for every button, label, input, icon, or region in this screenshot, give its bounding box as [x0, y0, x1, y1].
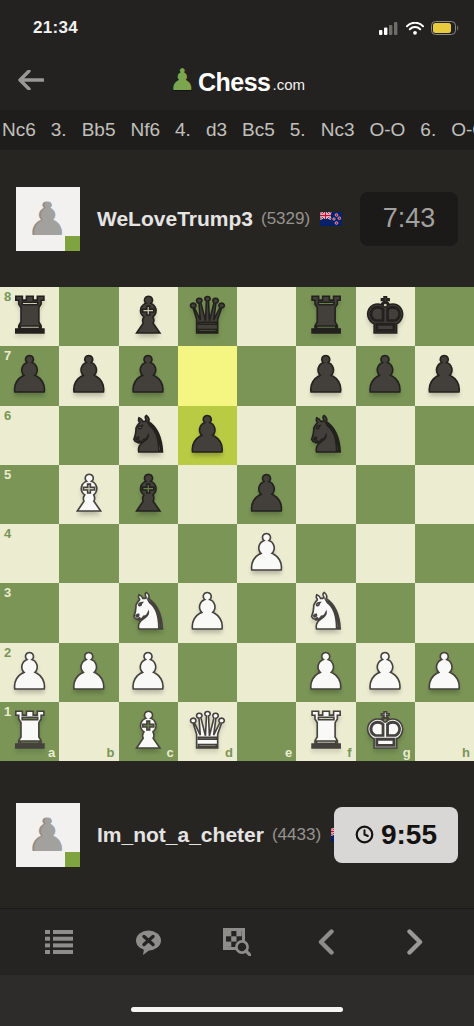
rank-label: 7 [4, 348, 11, 363]
white-pawn: ♟ [244, 524, 289, 583]
square-a8[interactable]: 8♜ [0, 287, 59, 346]
player-card-top: ♟ WeLoveTrump3 (5329) 7:43 [0, 150, 474, 287]
square-g6[interactable] [356, 406, 415, 465]
square-b2[interactable]: ♟ [59, 643, 118, 702]
player-rating: (5329) [261, 209, 310, 229]
chat-disabled-icon [135, 930, 162, 955]
square-a3[interactable]: 3 [0, 583, 59, 642]
file-label: e [285, 745, 292, 760]
black-pawn: ♟ [244, 465, 289, 524]
black-bishop: ♝ [126, 287, 171, 346]
square-b4[interactable] [59, 524, 118, 583]
header: ♟ Chess .com [0, 50, 474, 110]
app-screen: 21:34 [0, 0, 474, 1026]
clock-top-time: 7:43 [383, 203, 436, 234]
file-label: f [347, 745, 351, 760]
black-pawn: ♟ [303, 346, 348, 405]
move-list: Nc63.Bb5Nf64.d3Bc55.Nc3O-O6.O-Od6 [0, 110, 474, 150]
home-indicator-area [0, 975, 474, 1026]
square-f5[interactable] [296, 465, 355, 524]
file-label: h [462, 745, 470, 760]
white-rook: ♜ [303, 702, 348, 761]
square-c4[interactable] [119, 524, 178, 583]
black-pawn: ♟ [422, 346, 467, 405]
white-rook: ♜ [7, 702, 52, 761]
square-d5[interactable] [178, 465, 237, 524]
avatar-bottom[interactable]: ♟ [16, 803, 80, 867]
square-b1[interactable]: b [59, 702, 118, 761]
move-token[interactable]: Bb5 [82, 119, 116, 141]
square-h6[interactable] [415, 406, 474, 465]
square-f1[interactable]: f♜ [296, 702, 355, 761]
square-b8[interactable] [59, 287, 118, 346]
square-d2[interactable] [178, 643, 237, 702]
square-c6[interactable]: ♞ [119, 406, 178, 465]
wifi-icon [406, 22, 424, 35]
logo-text: Chess [198, 69, 271, 95]
online-badge [65, 852, 80, 867]
logo-pawn-icon: ♟ [169, 65, 196, 95]
square-g5[interactable] [356, 465, 415, 524]
white-pawn: ♟ [126, 643, 171, 702]
logo-suffix: .com [272, 75, 305, 95]
square-g1[interactable]: g♚ [356, 702, 415, 761]
rank-label: 8 [4, 289, 11, 304]
square-h3[interactable] [415, 583, 474, 642]
cellular-signal-icon [379, 22, 399, 35]
white-knight: ♞ [126, 583, 171, 642]
back-button[interactable] [14, 64, 48, 96]
status-bar: 21:34 [0, 0, 474, 50]
square-c3[interactable]: ♞ [119, 583, 178, 642]
back-arrow-icon [18, 70, 44, 90]
square-c7[interactable]: ♟ [119, 346, 178, 405]
moves-list-icon [45, 930, 73, 954]
player-name[interactable]: Im_not_a_cheter [97, 823, 264, 847]
black-knight: ♞ [303, 406, 348, 465]
status-icons [379, 21, 460, 35]
new-zealand-flag-icon [320, 212, 342, 226]
square-b3[interactable] [59, 583, 118, 642]
square-b6[interactable] [59, 406, 118, 465]
square-h7[interactable]: ♟ [415, 346, 474, 405]
black-rook: ♜ [7, 287, 52, 346]
rank-label: 5 [4, 467, 11, 482]
square-a4[interactable]: 4 [0, 524, 59, 583]
square-g8[interactable]: ♚ [356, 287, 415, 346]
rank-label: 6 [4, 408, 11, 423]
white-bishop: ♝ [126, 702, 171, 761]
move-token[interactable]: O-O [369, 119, 405, 141]
clock-bottom: 9:55 [334, 807, 458, 863]
chevron-right-icon [407, 929, 423, 955]
moves-list-button[interactable] [29, 918, 89, 966]
white-pawn: ♟ [303, 643, 348, 702]
square-f6[interactable]: ♞ [296, 406, 355, 465]
player-name[interactable]: WeLoveTrump3 [97, 207, 253, 231]
next-move-button[interactable] [385, 918, 445, 966]
square-a2[interactable]: 2♟ [0, 643, 59, 702]
battery-icon [431, 21, 460, 35]
home-indicator[interactable] [131, 1007, 343, 1012]
square-g4[interactable] [356, 524, 415, 583]
move-token[interactable]: Nf6 [130, 119, 160, 141]
move-token[interactable]: 6. [420, 119, 436, 141]
black-king: ♚ [363, 287, 408, 346]
white-pawn: ♟ [7, 643, 52, 702]
square-f7[interactable]: ♟ [296, 346, 355, 405]
square-e6[interactable] [237, 406, 296, 465]
square-b5[interactable]: ♝ [59, 465, 118, 524]
game-toolbar [0, 908, 474, 975]
square-d3[interactable]: ♟ [178, 583, 237, 642]
square-a5[interactable]: 5 [0, 465, 59, 524]
file-label: d [225, 745, 233, 760]
square-d4[interactable] [178, 524, 237, 583]
rank-label: 4 [4, 526, 11, 541]
square-h4[interactable] [415, 524, 474, 583]
black-pawn: ♟ [7, 346, 52, 405]
white-pawn: ♟ [422, 643, 467, 702]
square-c8[interactable]: ♝ [119, 287, 178, 346]
square-a7[interactable]: 7♟ [0, 346, 59, 405]
square-e3[interactable] [237, 583, 296, 642]
square-d8[interactable]: ♛ [178, 287, 237, 346]
black-rook: ♜ [303, 287, 348, 346]
square-g7[interactable]: ♟ [356, 346, 415, 405]
chess-board: 8♜♝♛♜♚7♟♟♟♟♟♟6♞♟♞5♝♝♟4♟3♞♟♞2♟♟♟♟♟♟1a♜bc♝… [0, 287, 474, 761]
move-token[interactable]: 3. [51, 119, 67, 141]
square-c2[interactable]: ♟ [119, 643, 178, 702]
move-token[interactable]: 4. [175, 119, 191, 141]
square-f8[interactable]: ♜ [296, 287, 355, 346]
black-pawn: ♟ [66, 346, 111, 405]
black-pawn: ♟ [185, 406, 230, 465]
square-h1[interactable]: h [415, 702, 474, 761]
square-e2[interactable] [237, 643, 296, 702]
rank-label: 3 [4, 585, 11, 600]
file-label: c [167, 745, 174, 760]
player-info-bottom: Im_not_a_cheter (4433) [97, 823, 334, 847]
square-h5[interactable] [415, 465, 474, 524]
white-queen: ♛ [185, 702, 230, 761]
black-queen: ♛ [185, 287, 230, 346]
white-knight: ♞ [303, 583, 348, 642]
square-f3[interactable]: ♞ [296, 583, 355, 642]
square-e5[interactable]: ♟ [237, 465, 296, 524]
player-info-top: WeLoveTrump3 (5329) [97, 207, 360, 231]
square-h8[interactable] [415, 287, 474, 346]
clock-icon [355, 825, 374, 844]
player-card-bottom: ♟ Im_not_a_cheter (4433) 9:5 [0, 761, 474, 908]
avatar-top[interactable]: ♟ [16, 187, 80, 251]
move-token[interactable]: 5. [290, 119, 306, 141]
white-pawn: ♟ [66, 643, 111, 702]
square-g2[interactable]: ♟ [356, 643, 415, 702]
file-label: b [107, 745, 115, 760]
chat-disabled-button[interactable] [118, 918, 178, 966]
status-time: 21:34 [33, 18, 78, 38]
move-token[interactable]: d3 [206, 119, 227, 141]
analysis-board-icon [223, 928, 251, 956]
player-rating: (4433) [272, 825, 321, 845]
file-label: g [403, 745, 411, 760]
white-pawn: ♟ [185, 583, 230, 642]
black-pawn: ♟ [126, 346, 171, 405]
move-token[interactable]: Nc6 [2, 119, 36, 141]
black-bishop: ♝ [126, 465, 171, 524]
black-knight: ♞ [126, 406, 171, 465]
square-d1[interactable]: d♛ [178, 702, 237, 761]
black-pawn: ♟ [363, 346, 408, 405]
move-token[interactable]: Nc3 [321, 119, 355, 141]
square-f2[interactable]: ♟ [296, 643, 355, 702]
file-label: a [48, 745, 55, 760]
square-e8[interactable] [237, 287, 296, 346]
square-c1[interactable]: c♝ [119, 702, 178, 761]
white-pawn: ♟ [363, 643, 408, 702]
chesscom-logo: ♟ Chess .com [169, 65, 305, 95]
clock-bottom-time: 9:55 [381, 819, 437, 851]
move-token[interactable]: Bc5 [242, 119, 275, 141]
clock-top: 7:43 [360, 192, 458, 246]
square-c5[interactable]: ♝ [119, 465, 178, 524]
square-f4[interactable] [296, 524, 355, 583]
square-a1[interactable]: 1a♜ [0, 702, 59, 761]
white-king: ♚ [363, 702, 408, 761]
square-h2[interactable]: ♟ [415, 643, 474, 702]
move-token[interactable]: O-O [451, 119, 474, 141]
pawn-avatar-icon: ♟ [27, 187, 68, 251]
online-badge [65, 236, 80, 251]
chevron-left-icon [318, 929, 334, 955]
analysis-button[interactable] [207, 918, 267, 966]
white-bishop: ♝ [66, 465, 111, 524]
previous-move-button[interactable] [296, 918, 356, 966]
square-e4[interactable]: ♟ [237, 524, 296, 583]
square-e1[interactable]: e [237, 702, 296, 761]
square-e7[interactable] [237, 346, 296, 405]
square-g3[interactable] [356, 583, 415, 642]
rank-label: 2 [4, 645, 11, 660]
square-d6[interactable]: ♟ [178, 406, 237, 465]
pawn-avatar-icon: ♟ [27, 803, 68, 867]
square-b7[interactable]: ♟ [59, 346, 118, 405]
square-d7[interactable] [178, 346, 237, 405]
square-a6[interactable]: 6 [0, 406, 59, 465]
rank-label: 1 [4, 704, 11, 719]
